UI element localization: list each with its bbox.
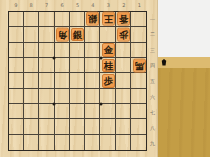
sente-pawn[interactable]: 歩 [102,74,115,88]
gote-pawn[interactable]: 歩 [117,28,130,42]
board-square-3-7[interactable] [100,104,115,119]
gote-lance[interactable]: 香 [117,12,130,26]
file-label: 1 [132,1,147,9]
board-square-7-9[interactable] [39,135,54,150]
board-square-6-1[interactable] [55,12,70,27]
board-square-1-1[interactable] [131,12,146,27]
board-square-6-3[interactable] [55,43,70,58]
rank-label: 八 [148,120,157,136]
board-square-1-2[interactable] [131,27,146,42]
board-square-4-7[interactable] [85,104,100,119]
board-square-5-6[interactable] [70,89,85,104]
board-square-4-5[interactable] [85,73,100,88]
board-square-7-6[interactable] [39,89,54,104]
board-square-9-8[interactable] [9,119,24,134]
gote-promoted-bishop[interactable]: 馬 [133,59,146,73]
board-square-5-9[interactable] [70,135,85,150]
board-square-8-7[interactable] [24,104,39,119]
board-square-8-4[interactable] [24,58,39,73]
board-square-5-7[interactable] [70,104,85,119]
rank-label: 六 [148,89,157,105]
rank-label: 七 [148,104,157,120]
board-square-3-9[interactable] [100,135,115,150]
board-square-9-2[interactable] [9,27,24,42]
shogi-board: 987654321 一二三四五六七八九 銀王香角銀歩金桂馬歩 [0,0,158,157]
board-square-4-4[interactable] [85,58,100,73]
sente-piece-marker-icon [161,59,167,66]
board-square-7-7[interactable] [39,104,54,119]
board-square-6-6[interactable] [55,89,70,104]
board-square-1-9[interactable] [131,135,146,150]
gote-silver[interactable]: 銀 [86,12,99,26]
board-square-6-8[interactable] [55,119,70,134]
board-square-6-9[interactable] [55,135,70,150]
board-square-5-3[interactable] [70,43,85,58]
file-label: 9 [8,1,23,9]
board-square-8-5[interactable] [24,73,39,88]
rank-label: 五 [148,73,157,89]
board-square-7-1[interactable] [39,12,54,27]
board-square-6-7[interactable] [55,104,70,119]
board-square-4-2[interactable] [85,27,100,42]
board-square-7-4[interactable] [39,58,54,73]
board-square-3-6[interactable] [100,89,115,104]
board-square-8-8[interactable] [24,119,39,134]
board-square-1-3[interactable] [131,43,146,58]
board-square-1-5[interactable] [131,73,146,88]
board-square-9-5[interactable] [9,73,24,88]
board-square-2-9[interactable] [116,135,131,150]
board-square-5-5[interactable] [70,73,85,88]
board-square-2-7[interactable] [116,104,131,119]
board-square-9-6[interactable] [9,89,24,104]
file-label: 4 [85,1,100,9]
board-square-5-1[interactable] [70,12,85,27]
rank-labels: 一二三四五六七八九 [148,11,157,151]
board-square-7-2[interactable] [39,27,54,42]
board-square-8-1[interactable] [24,12,39,27]
board-square-4-8[interactable] [85,119,100,134]
sente-knight[interactable]: 桂 [102,59,115,73]
file-label: 3 [101,1,116,9]
sente-komadai-strip [158,57,210,68]
board-square-2-4[interactable] [116,58,131,73]
board-square-1-6[interactable] [131,89,146,104]
board-square-2-5[interactable] [116,73,131,88]
board-square-3-8[interactable] [100,119,115,134]
hoshi-dot [99,103,102,106]
file-label: 5 [70,1,85,9]
gote-bishop[interactable]: 角 [56,28,69,42]
board-square-6-4[interactable] [55,58,70,73]
rank-label: 三 [148,42,157,58]
shogi-app-screen: 987654321 一二三四五六七八九 銀王香角銀歩金桂馬歩 [0,0,210,157]
board-square-2-6[interactable] [116,89,131,104]
file-label: 2 [116,1,131,9]
board-square-8-6[interactable] [24,89,39,104]
board-square-8-9[interactable] [24,135,39,150]
board-square-4-3[interactable] [85,43,100,58]
rank-label: 一 [148,11,157,27]
board-square-8-2[interactable] [24,27,39,42]
board-square-9-4[interactable] [9,58,24,73]
board-square-1-7[interactable] [131,104,146,119]
board-square-9-3[interactable] [9,43,24,58]
hoshi-dot [53,103,56,106]
rank-label: 九 [148,136,157,152]
board-square-1-8[interactable] [131,119,146,134]
file-labels: 987654321 [8,1,147,9]
board-square-8-3[interactable] [24,43,39,58]
board-square-9-1[interactable] [9,12,24,27]
board-square-6-5[interactable] [55,73,70,88]
board-square-4-9[interactable] [85,135,100,150]
rank-label: 四 [148,58,157,74]
sente-komadai [158,57,210,157]
board-square-7-5[interactable] [39,73,54,88]
board-square-5-4[interactable] [70,58,85,73]
board-square-4-6[interactable] [85,89,100,104]
hoshi-dot [53,56,56,59]
rank-label: 二 [148,27,157,43]
board-square-9-9[interactable] [9,135,24,150]
board-square-2-8[interactable] [116,119,131,134]
board-square-9-7[interactable] [9,104,24,119]
file-label: 8 [23,1,38,9]
side-panel [158,0,210,57]
sente-silver[interactable]: 銀 [71,28,84,42]
gote-king[interactable]: 王 [102,12,115,26]
board-square-5-8[interactable] [70,119,85,134]
file-label: 6 [54,1,69,9]
board-square-2-3[interactable] [116,43,131,58]
board-square-7-8[interactable] [39,119,54,134]
file-label: 7 [39,1,54,9]
board-square-3-2[interactable] [100,27,115,42]
sente-gold[interactable]: 金 [102,43,115,57]
